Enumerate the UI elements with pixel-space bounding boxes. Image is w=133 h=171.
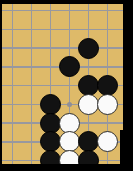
white-stone[interactable]: [97, 131, 118, 152]
go-board[interactable]: [2, 4, 123, 164]
black-stone[interactable]: [78, 75, 99, 96]
black-stone[interactable]: [59, 56, 80, 77]
grid-line-horizontal: [2, 47, 123, 49]
black-stone[interactable]: [40, 150, 61, 164]
black-stone[interactable]: [40, 94, 61, 115]
grid-line-horizontal: [2, 29, 123, 31]
white-stone[interactable]: [78, 94, 99, 115]
grid-line-horizontal: [2, 10, 123, 12]
screenshot-background: [0, 0, 133, 171]
star-point: [67, 102, 72, 107]
black-stone[interactable]: [78, 38, 99, 59]
black-stone[interactable]: [97, 75, 118, 96]
white-stone[interactable]: [59, 150, 80, 164]
bottom-right-cutoff-block: [120, 130, 133, 171]
white-stone[interactable]: [97, 94, 118, 115]
black-stone[interactable]: [78, 150, 99, 164]
